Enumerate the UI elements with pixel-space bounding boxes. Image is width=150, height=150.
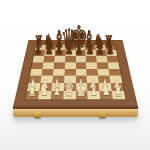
piece-white-r-a1[interactable]: ♜ [28,84,37,98]
piece-white-r-h1[interactable]: ♜ [114,84,123,98]
piece-black-p-b7[interactable]: ♟ [44,42,53,56]
brass-hinge-left-icon [34,112,41,118]
piece-white-b-c1[interactable]: ♝ [52,81,62,98]
piece-black-p-g7[interactable]: ♟ [96,42,105,56]
piece-black-p-e7[interactable]: ♟ [75,42,84,56]
piece-black-p-h7[interactable]: ♟ [106,42,115,56]
piece-black-p-f7[interactable]: ♟ [85,42,94,56]
square-f4[interactable] [87,69,99,76]
square-b4[interactable] [41,69,53,76]
piece-white-b-f1[interactable]: ♝ [89,81,99,98]
product-photo: ♜♞♝♛♚♝♞♜♟♟♟♟♟♟♟♟♟♟♟♟♟♟♟♟♜♞♝♛♚♝♞♜ [0,0,150,150]
square-e4[interactable] [76,69,87,76]
piece-white-n-g1[interactable]: ♞ [101,82,111,98]
board-front-edge [13,106,138,117]
piece-white-k-e1[interactable]: ♚ [75,79,87,99]
piece-white-n-b1[interactable]: ♞ [40,82,50,98]
square-d4[interactable] [64,69,75,76]
square-h4[interactable] [109,69,121,76]
piece-black-p-d7[interactable]: ♟ [65,42,74,56]
piece-black-p-a7[interactable]: ♟ [34,42,43,56]
piece-white-q-d1[interactable]: ♛ [63,80,75,99]
piece-black-p-c7[interactable]: ♟ [55,42,64,56]
square-c4[interactable] [53,69,65,76]
brass-hinge-right-icon [99,112,106,118]
